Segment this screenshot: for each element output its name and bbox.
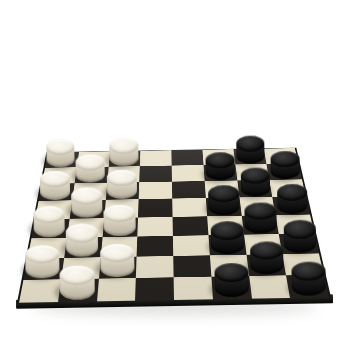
checker-black[interactable] xyxy=(240,167,270,197)
checker-white[interactable] xyxy=(33,205,65,237)
checker-black[interactable] xyxy=(271,150,300,179)
checker-black[interactable] xyxy=(250,241,284,275)
checker-white[interactable] xyxy=(110,138,139,166)
checker-black[interactable] xyxy=(236,136,265,164)
checker-white[interactable] xyxy=(100,243,134,277)
checker-white[interactable] xyxy=(107,169,137,199)
checker-black[interactable] xyxy=(284,220,317,253)
checker-black[interactable] xyxy=(211,221,244,254)
checker-top xyxy=(208,184,239,202)
checker-white[interactable] xyxy=(40,171,70,201)
checker-white[interactable] xyxy=(60,265,95,300)
checker-black[interactable] xyxy=(206,152,235,181)
checker-white[interactable] xyxy=(66,224,99,257)
board-area xyxy=(0,0,350,350)
checker-white[interactable] xyxy=(104,204,136,236)
checker-black[interactable] xyxy=(245,202,277,234)
checker-black[interactable] xyxy=(291,261,326,296)
checker-white[interactable] xyxy=(25,245,59,279)
checker-top xyxy=(211,221,244,240)
checker-top xyxy=(66,224,99,243)
checker-black[interactable] xyxy=(208,184,239,215)
checker-black[interactable] xyxy=(214,263,249,298)
product-photo-scene xyxy=(0,0,350,350)
checker-white[interactable] xyxy=(46,139,75,167)
checker-black[interactable] xyxy=(277,183,308,214)
checker-white[interactable] xyxy=(76,154,105,183)
checker-white[interactable] xyxy=(71,187,102,218)
checker-top xyxy=(71,187,102,205)
pieces-layer xyxy=(0,0,350,350)
